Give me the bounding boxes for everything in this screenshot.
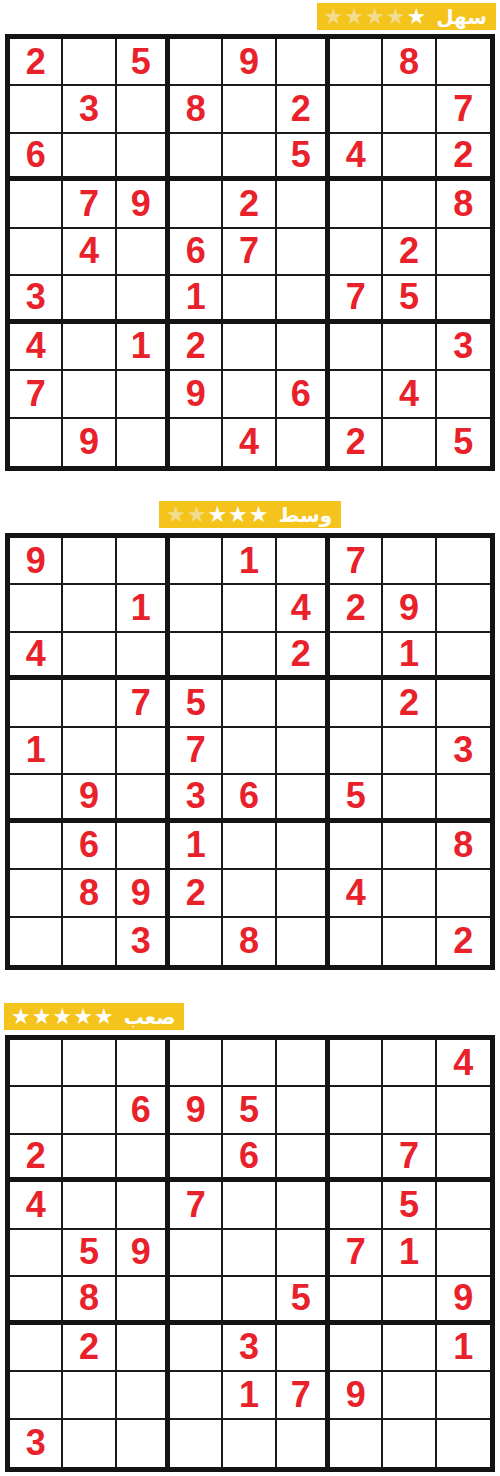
cell-medium-r7c1[interactable] xyxy=(10,823,63,870)
cell-hard-r2c7[interactable] xyxy=(330,1087,383,1134)
cell-medium-r3c8[interactable]: 1 xyxy=(383,633,436,680)
cell-easy-r6c8[interactable]: 5 xyxy=(383,276,436,323)
cell-easy-r3c7[interactable]: 4 xyxy=(330,134,383,181)
sudoku-page: ★★★★★ سهل 259838276542792846723175412379… xyxy=(0,3,500,1472)
cell-hard-r9c3[interactable] xyxy=(117,1420,170,1467)
cell-easy-r8c9[interactable] xyxy=(437,371,490,418)
cell-hard-r3c1[interactable]: 2 xyxy=(10,1135,63,1182)
cell-easy-r5c8[interactable]: 2 xyxy=(383,229,436,276)
cell-hard-r3c9[interactable] xyxy=(437,1135,490,1182)
cell-easy-r5c1[interactable] xyxy=(10,229,63,276)
cell-medium-r9c3[interactable]: 3 xyxy=(117,918,170,965)
difficulty-badge-row-medium: ★★★★★ وسط xyxy=(0,501,500,528)
cell-medium-r4c6[interactable] xyxy=(277,680,330,727)
cell-easy-r9c8[interactable] xyxy=(383,419,436,466)
cell-hard-r5c2[interactable]: 5 xyxy=(63,1230,116,1277)
cell-easy-r8c3[interactable] xyxy=(117,371,170,418)
cell-medium-r1c6[interactable] xyxy=(277,538,330,585)
cell-medium-r9c4[interactable] xyxy=(170,918,223,965)
cell-hard-r2c4[interactable]: 9 xyxy=(170,1087,223,1134)
cell-hard-r8c7[interactable]: 9 xyxy=(330,1372,383,1419)
cell-medium-r9c9[interactable]: 2 xyxy=(437,918,490,965)
cell-easy-r8c4[interactable]: 9 xyxy=(170,371,223,418)
cell-easy-r2c3[interactable] xyxy=(117,86,170,133)
cell-medium-r4c9[interactable] xyxy=(437,680,490,727)
cell-hard-r3c2[interactable] xyxy=(63,1135,116,1182)
cell-easy-r4c9[interactable]: 8 xyxy=(437,181,490,228)
cell-hard-r4c6[interactable] xyxy=(277,1182,330,1229)
star-icon-filled: ★ xyxy=(207,504,227,526)
cell-hard-r7c4[interactable] xyxy=(170,1325,223,1372)
cell-hard-r5c4[interactable] xyxy=(170,1230,223,1277)
cell-medium-r1c1[interactable]: 9 xyxy=(10,538,63,585)
cell-hard-r2c5[interactable]: 5 xyxy=(223,1087,276,1134)
cell-hard-r4c2[interactable] xyxy=(63,1182,116,1229)
cell-easy-r5c4[interactable]: 6 xyxy=(170,229,223,276)
cell-hard-r6c1[interactable] xyxy=(10,1277,63,1324)
cell-medium-r9c7[interactable] xyxy=(330,918,383,965)
cell-hard-r5c1[interactable] xyxy=(10,1230,63,1277)
cell-medium-r1c5[interactable]: 1 xyxy=(223,538,276,585)
cell-easy-r4c2[interactable]: 7 xyxy=(63,181,116,228)
cell-hard-r1c9[interactable]: 4 xyxy=(437,1040,490,1087)
cell-easy-r1c4[interactable] xyxy=(170,39,223,86)
cell-hard-r1c6[interactable] xyxy=(277,1040,330,1087)
cell-easy-r9c3[interactable] xyxy=(117,419,170,466)
cell-easy-r1c2[interactable] xyxy=(63,39,116,86)
cell-easy-r6c7[interactable]: 7 xyxy=(330,276,383,323)
star-icon-dim: ★ xyxy=(365,6,385,28)
cell-hard-r6c5[interactable] xyxy=(223,1277,276,1324)
cell-medium-r2c3[interactable]: 1 xyxy=(117,585,170,632)
cell-easy-r3c2[interactable] xyxy=(63,134,116,181)
cell-medium-r3c3[interactable] xyxy=(117,633,170,680)
cell-easy-r2c5[interactable] xyxy=(223,86,276,133)
cell-medium-r5c1[interactable]: 1 xyxy=(10,728,63,775)
cell-medium-r6c6[interactable] xyxy=(277,775,330,822)
cell-medium-r5c9[interactable]: 3 xyxy=(437,728,490,775)
cell-medium-r3c5[interactable] xyxy=(223,633,276,680)
cell-easy-r2c6[interactable]: 2 xyxy=(277,86,330,133)
cell-hard-r4c8[interactable]: 5 xyxy=(383,1182,436,1229)
cell-medium-r6c7[interactable]: 5 xyxy=(330,775,383,822)
cell-hard-r6c9[interactable]: 9 xyxy=(437,1277,490,1324)
cell-hard-r1c7[interactable] xyxy=(330,1040,383,1087)
cell-easy-r6c3[interactable] xyxy=(117,276,170,323)
cell-easy-r1c7[interactable] xyxy=(330,39,383,86)
cell-hard-r3c4[interactable] xyxy=(170,1135,223,1182)
cell-medium-r8c7[interactable]: 4 xyxy=(330,870,383,917)
cell-medium-r7c6[interactable] xyxy=(277,823,330,870)
cell-medium-r7c4[interactable]: 1 xyxy=(170,823,223,870)
cell-medium-r2c7[interactable]: 2 xyxy=(330,585,383,632)
cell-easy-r3c8[interactable] xyxy=(383,134,436,181)
cell-medium-r7c9[interactable]: 8 xyxy=(437,823,490,870)
cell-medium-r6c3[interactable] xyxy=(117,775,170,822)
cell-easy-r7c7[interactable] xyxy=(330,324,383,371)
puzzle-easy: ★★★★★ سهل 259838276542792846723175412379… xyxy=(0,3,500,471)
star-icon-filled: ★ xyxy=(11,1006,31,1028)
cell-medium-r8c3[interactable]: 9 xyxy=(117,870,170,917)
cell-hard-r6c7[interactable] xyxy=(330,1277,383,1324)
cell-easy-r2c4[interactable]: 8 xyxy=(170,86,223,133)
cell-easy-r2c7[interactable] xyxy=(330,86,383,133)
difficulty-label-easy: سهل xyxy=(436,4,487,30)
cell-hard-r2c1[interactable] xyxy=(10,1087,63,1134)
cell-easy-r4c8[interactable] xyxy=(383,181,436,228)
cell-medium-r8c9[interactable] xyxy=(437,870,490,917)
cell-hard-r4c9[interactable] xyxy=(437,1182,490,1229)
cell-easy-r6c1[interactable]: 3 xyxy=(10,276,63,323)
cell-medium-r8c1[interactable] xyxy=(10,870,63,917)
cell-hard-r8c4[interactable] xyxy=(170,1372,223,1419)
cell-hard-r1c5[interactable] xyxy=(223,1040,276,1087)
cell-hard-r5c6[interactable] xyxy=(277,1230,330,1277)
cell-medium-r8c4[interactable]: 2 xyxy=(170,870,223,917)
cell-medium-r6c4[interactable]: 3 xyxy=(170,775,223,822)
cell-medium-r2c6[interactable]: 4 xyxy=(277,585,330,632)
cell-hard-r4c5[interactable] xyxy=(223,1182,276,1229)
cell-hard-r8c5[interactable]: 1 xyxy=(223,1372,276,1419)
cell-easy-r9c6[interactable] xyxy=(277,419,330,466)
cell-medium-r4c2[interactable] xyxy=(63,680,116,727)
star-icon-filled: ★ xyxy=(228,504,248,526)
cell-medium-r7c7[interactable] xyxy=(330,823,383,870)
cell-hard-r7c1[interactable] xyxy=(10,1325,63,1372)
cell-medium-r2c5[interactable] xyxy=(223,585,276,632)
difficulty-label-medium: وسط xyxy=(279,502,333,528)
cell-medium-r5c6[interactable] xyxy=(277,728,330,775)
cell-easy-r9c7[interactable]: 2 xyxy=(330,419,383,466)
star-icon-filled: ★ xyxy=(52,1006,72,1028)
cell-medium-r9c6[interactable] xyxy=(277,918,330,965)
cell-easy-r6c9[interactable] xyxy=(437,276,490,323)
cell-easy-r3c4[interactable] xyxy=(170,134,223,181)
cell-medium-r2c8[interactable]: 9 xyxy=(383,585,436,632)
cell-medium-r7c8[interactable] xyxy=(383,823,436,870)
cell-hard-r9c9[interactable] xyxy=(437,1420,490,1467)
cell-medium-r6c1[interactable] xyxy=(10,775,63,822)
cell-easy-r2c8[interactable] xyxy=(383,86,436,133)
difficulty-badge-hard: ★★★★★ صعب xyxy=(4,1003,184,1030)
cell-easy-r4c1[interactable] xyxy=(10,181,63,228)
cell-easy-r4c7[interactable] xyxy=(330,181,383,228)
cell-easy-r8c5[interactable] xyxy=(223,371,276,418)
cell-medium-r4c7[interactable] xyxy=(330,680,383,727)
puzzle-medium: ★★★★★ وسط 917142942175217393656188924382 xyxy=(0,501,500,970)
cell-hard-r6c3[interactable] xyxy=(117,1277,170,1324)
cell-hard-r3c7[interactable] xyxy=(330,1135,383,1182)
cell-easy-r1c1[interactable]: 2 xyxy=(10,39,63,86)
cell-medium-r3c4[interactable] xyxy=(170,633,223,680)
cell-hard-r2c6[interactable] xyxy=(277,1087,330,1134)
cell-easy-r8c6[interactable]: 6 xyxy=(277,371,330,418)
cell-medium-r9c1[interactable] xyxy=(10,918,63,965)
cell-hard-r7c2[interactable]: 2 xyxy=(63,1325,116,1372)
cell-medium-r3c7[interactable] xyxy=(330,633,383,680)
cell-easy-r8c1[interactable]: 7 xyxy=(10,371,63,418)
cell-easy-r5c3[interactable] xyxy=(117,229,170,276)
cell-easy-r1c8[interactable]: 8 xyxy=(383,39,436,86)
cell-easy-r5c9[interactable] xyxy=(437,229,490,276)
star-icon-filled: ★ xyxy=(94,1006,114,1028)
cell-easy-r9c2[interactable]: 9 xyxy=(63,419,116,466)
star-icon-dim: ★ xyxy=(187,504,207,526)
cell-easy-r4c3[interactable]: 9 xyxy=(117,181,170,228)
cell-medium-r2c2[interactable] xyxy=(63,585,116,632)
cell-medium-r9c2[interactable] xyxy=(63,918,116,965)
cell-hard-r7c9[interactable]: 1 xyxy=(437,1325,490,1372)
cell-hard-r2c8[interactable] xyxy=(383,1087,436,1134)
cell-medium-r1c7[interactable]: 7 xyxy=(330,538,383,585)
cell-easy-r1c9[interactable] xyxy=(437,39,490,86)
cell-hard-r4c3[interactable] xyxy=(117,1182,170,1229)
cell-hard-r4c1[interactable]: 4 xyxy=(10,1182,63,1229)
cell-hard-r8c1[interactable] xyxy=(10,1372,63,1419)
cell-medium-r2c9[interactable] xyxy=(437,585,490,632)
cell-medium-r5c5[interactable] xyxy=(223,728,276,775)
cell-easy-r7c5[interactable] xyxy=(223,324,276,371)
cell-medium-r6c8[interactable] xyxy=(383,775,436,822)
cell-hard-r1c3[interactable] xyxy=(117,1040,170,1087)
cell-medium-r1c9[interactable] xyxy=(437,538,490,585)
cell-medium-r4c8[interactable]: 2 xyxy=(383,680,436,727)
cell-easy-r3c3[interactable] xyxy=(117,134,170,181)
cell-medium-r3c2[interactable] xyxy=(63,633,116,680)
sudoku-board-medium: 917142942175217393656188924382 xyxy=(5,533,495,970)
cell-hard-r8c9[interactable] xyxy=(437,1372,490,1419)
cell-medium-r4c1[interactable] xyxy=(10,680,63,727)
cell-medium-r8c8[interactable] xyxy=(383,870,436,917)
cell-medium-r1c8[interactable] xyxy=(383,538,436,585)
difficulty-stars-hard: ★★★★★ xyxy=(11,1006,114,1028)
cell-easy-r9c4[interactable] xyxy=(170,419,223,466)
cell-medium-r9c8[interactable] xyxy=(383,918,436,965)
cell-hard-r5c9[interactable] xyxy=(437,1230,490,1277)
cell-easy-r2c2[interactable]: 3 xyxy=(63,86,116,133)
cell-hard-r5c5[interactable] xyxy=(223,1230,276,1277)
cell-hard-r2c9[interactable] xyxy=(437,1087,490,1134)
sudoku-board-hard: 469526747559718592311793 xyxy=(5,1035,495,1472)
cell-medium-r1c2[interactable] xyxy=(63,538,116,585)
difficulty-badge-easy: ★★★★★ سهل xyxy=(317,3,496,30)
cell-hard-r1c4[interactable] xyxy=(170,1040,223,1087)
cell-medium-r2c1[interactable] xyxy=(10,585,63,632)
cell-medium-r4c4[interactable]: 5 xyxy=(170,680,223,727)
cell-easy-r1c5[interactable]: 9 xyxy=(223,39,276,86)
cell-medium-r7c5[interactable] xyxy=(223,823,276,870)
cell-medium-r7c2[interactable]: 6 xyxy=(63,823,116,870)
cell-easy-r6c4[interactable]: 1 xyxy=(170,276,223,323)
cell-easy-r4c4[interactable] xyxy=(170,181,223,228)
star-icon-dim: ★ xyxy=(386,6,406,28)
cell-easy-r3c9[interactable]: 2 xyxy=(437,134,490,181)
cell-easy-r3c1[interactable]: 6 xyxy=(10,134,63,181)
difficulty-badge-row-hard: ★★★★★ صعب xyxy=(2,1003,500,1030)
cell-medium-r5c2[interactable] xyxy=(63,728,116,775)
cell-hard-r7c6[interactable] xyxy=(277,1325,330,1372)
cell-medium-r3c6[interactable]: 2 xyxy=(277,633,330,680)
star-icon-dim: ★ xyxy=(344,6,364,28)
cell-hard-r6c4[interactable] xyxy=(170,1277,223,1324)
cell-easy-r7c9[interactable]: 3 xyxy=(437,324,490,371)
cell-hard-r3c5[interactable]: 6 xyxy=(223,1135,276,1182)
cell-medium-r5c7[interactable] xyxy=(330,728,383,775)
cell-hard-r7c7[interactable] xyxy=(330,1325,383,1372)
cell-hard-r9c4[interactable] xyxy=(170,1420,223,1467)
cell-hard-r4c7[interactable] xyxy=(330,1182,383,1229)
cell-easy-r2c1[interactable] xyxy=(10,86,63,133)
cell-hard-r6c8[interactable] xyxy=(383,1277,436,1324)
difficulty-badge-medium: ★★★★★ وسط xyxy=(159,501,341,528)
star-icon-filled: ★ xyxy=(32,1006,52,1028)
cell-hard-r1c8[interactable] xyxy=(383,1040,436,1087)
cell-easy-r1c3[interactable]: 5 xyxy=(117,39,170,86)
cell-medium-r7c3[interactable] xyxy=(117,823,170,870)
cell-medium-r8c5[interactable] xyxy=(223,870,276,917)
cell-hard-r8c2[interactable] xyxy=(63,1372,116,1419)
cell-easy-r6c2[interactable] xyxy=(63,276,116,323)
cell-hard-r7c3[interactable] xyxy=(117,1325,170,1372)
cell-medium-r8c2[interactable]: 8 xyxy=(63,870,116,917)
cell-medium-r5c8[interactable] xyxy=(383,728,436,775)
cell-easy-r7c8[interactable] xyxy=(383,324,436,371)
cell-hard-r8c8[interactable] xyxy=(383,1372,436,1419)
cell-medium-r3c9[interactable] xyxy=(437,633,490,680)
cell-easy-r7c4[interactable]: 2 xyxy=(170,324,223,371)
cell-hard-r9c2[interactable] xyxy=(63,1420,116,1467)
cell-medium-r5c4[interactable]: 7 xyxy=(170,728,223,775)
cell-easy-r6c6[interactable] xyxy=(277,276,330,323)
cell-easy-r3c6[interactable]: 5 xyxy=(277,134,330,181)
cell-hard-r8c6[interactable]: 7 xyxy=(277,1372,330,1419)
puzzle-hard: ★★★★★ صعب 469526747559718592311793 xyxy=(0,1003,500,1472)
cell-medium-r1c3[interactable] xyxy=(117,538,170,585)
cell-easy-r7c6[interactable] xyxy=(277,324,330,371)
cell-medium-r4c3[interactable]: 7 xyxy=(117,680,170,727)
cell-medium-r3c1[interactable]: 4 xyxy=(10,633,63,680)
cell-easy-r9c5[interactable]: 4 xyxy=(223,419,276,466)
star-icon-dim: ★ xyxy=(166,504,186,526)
star-icon-filled: ★ xyxy=(73,1006,93,1028)
cell-easy-r8c2[interactable] xyxy=(63,371,116,418)
cell-easy-r8c7[interactable] xyxy=(330,371,383,418)
difficulty-stars-medium: ★★★★★ xyxy=(166,504,269,526)
cell-easy-r8c8[interactable]: 4 xyxy=(383,371,436,418)
cell-easy-r5c2[interactable]: 4 xyxy=(63,229,116,276)
cell-hard-r8c3[interactable] xyxy=(117,1372,170,1419)
sudoku-board-easy: 259838276542792846723175412379649425 xyxy=(5,34,495,471)
cell-hard-r3c3[interactable] xyxy=(117,1135,170,1182)
cell-easy-r1c6[interactable] xyxy=(277,39,330,86)
cell-medium-r8c6[interactable] xyxy=(277,870,330,917)
star-icon-filled: ★ xyxy=(249,504,269,526)
cell-hard-r6c2[interactable]: 8 xyxy=(63,1277,116,1324)
cell-easy-r5c5[interactable]: 7 xyxy=(223,229,276,276)
cell-medium-r6c5[interactable]: 6 xyxy=(223,775,276,822)
cell-medium-r5c3[interactable] xyxy=(117,728,170,775)
cell-medium-r4c5[interactable] xyxy=(223,680,276,727)
cell-easy-r7c1[interactable]: 4 xyxy=(10,324,63,371)
cell-medium-r1c4[interactable] xyxy=(170,538,223,585)
cell-hard-r4c4[interactable]: 7 xyxy=(170,1182,223,1229)
cell-hard-r1c2[interactable] xyxy=(63,1040,116,1087)
cell-easy-r5c6[interactable] xyxy=(277,229,330,276)
cell-medium-r6c2[interactable]: 9 xyxy=(63,775,116,822)
star-icon-dim: ★ xyxy=(324,6,344,28)
cell-easy-r9c9[interactable]: 5 xyxy=(437,419,490,466)
cell-easy-r9c1[interactable] xyxy=(10,419,63,466)
cell-hard-r5c8[interactable]: 1 xyxy=(383,1230,436,1277)
star-icon-filled: ★ xyxy=(407,6,427,28)
cell-medium-r6c9[interactable] xyxy=(437,775,490,822)
cell-medium-r9c5[interactable]: 8 xyxy=(223,918,276,965)
cell-hard-r2c2[interactable] xyxy=(63,1087,116,1134)
cell-hard-r5c3[interactable]: 9 xyxy=(117,1230,170,1277)
cell-hard-r9c5[interactable] xyxy=(223,1420,276,1467)
cell-hard-r7c8[interactable] xyxy=(383,1325,436,1372)
cell-medium-r2c4[interactable] xyxy=(170,585,223,632)
cell-hard-r6c6[interactable]: 5 xyxy=(277,1277,330,1324)
cell-easy-r3c5[interactable] xyxy=(223,134,276,181)
cell-hard-r9c6[interactable] xyxy=(277,1420,330,1467)
difficulty-stars-easy: ★★★★★ xyxy=(324,6,427,28)
cell-hard-r7c5[interactable]: 3 xyxy=(223,1325,276,1372)
cell-hard-r9c7[interactable] xyxy=(330,1420,383,1467)
cell-hard-r9c1[interactable]: 3 xyxy=(10,1420,63,1467)
cell-hard-r1c1[interactable] xyxy=(10,1040,63,1087)
cell-easy-r5c7[interactable] xyxy=(330,229,383,276)
cell-hard-r9c8[interactable] xyxy=(383,1420,436,1467)
cell-easy-r7c2[interactable] xyxy=(63,324,116,371)
difficulty-badge-row-easy: ★★★★★ سهل xyxy=(0,3,498,30)
cell-easy-r6c5[interactable] xyxy=(223,276,276,323)
cell-hard-r3c8[interactable]: 7 xyxy=(383,1135,436,1182)
cell-easy-r4c6[interactable] xyxy=(277,181,330,228)
difficulty-label-hard: صعب xyxy=(124,1004,176,1030)
cell-easy-r2c9[interactable]: 7 xyxy=(437,86,490,133)
cell-easy-r4c5[interactable]: 2 xyxy=(223,181,276,228)
cell-easy-r7c3[interactable]: 1 xyxy=(117,324,170,371)
cell-hard-r3c6[interactable] xyxy=(277,1135,330,1182)
cell-hard-r5c7[interactable]: 7 xyxy=(330,1230,383,1277)
cell-hard-r2c3[interactable]: 6 xyxy=(117,1087,170,1134)
